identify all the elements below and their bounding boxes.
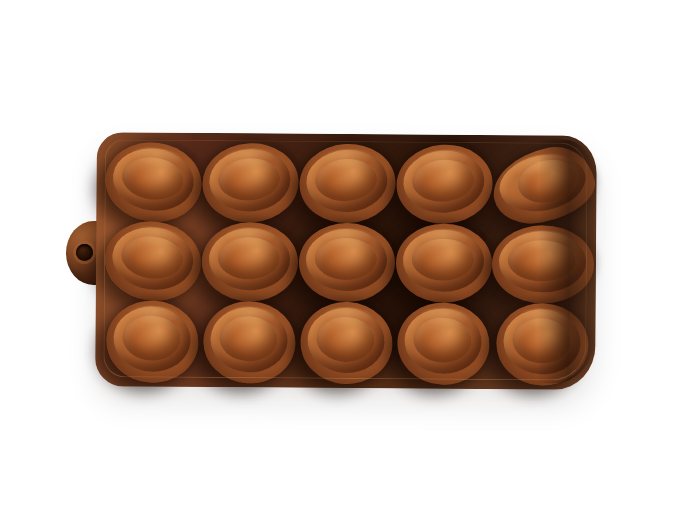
mold-cell bbox=[200, 301, 298, 384]
mold-cavity bbox=[201, 299, 298, 386]
mold-cell bbox=[491, 303, 594, 386]
mold-cavity bbox=[492, 225, 595, 304]
mold-cavity bbox=[395, 300, 492, 387]
mold-cavity bbox=[298, 223, 395, 303]
cavity-dome bbox=[411, 238, 473, 280]
mold-cavity bbox=[297, 141, 398, 226]
mold-cell bbox=[201, 143, 299, 223]
mold-cell bbox=[395, 223, 493, 303]
mold-cavity bbox=[395, 223, 492, 303]
mold-cell bbox=[104, 221, 202, 301]
product-photo bbox=[0, 0, 700, 525]
mold-cavity bbox=[394, 142, 495, 227]
cavity-dome bbox=[508, 240, 576, 281]
hanging-hole bbox=[76, 244, 93, 261]
mold-cavity bbox=[486, 139, 600, 230]
mold-cell bbox=[104, 142, 202, 222]
mold-cell bbox=[394, 302, 492, 385]
mold-cell bbox=[492, 145, 595, 225]
mold-cavity bbox=[100, 137, 205, 228]
mold-cavity bbox=[104, 298, 201, 385]
chocolate-mold bbox=[95, 132, 597, 389]
mold-cavity bbox=[200, 140, 301, 225]
mold-cell bbox=[298, 144, 396, 224]
mold-cell bbox=[201, 222, 299, 302]
mold-cell bbox=[298, 223, 396, 303]
mold-grid bbox=[103, 142, 595, 379]
mold-cell bbox=[103, 300, 201, 383]
mold-cavity bbox=[100, 216, 205, 307]
cavity-dome bbox=[314, 238, 376, 280]
cavity-dome bbox=[217, 237, 279, 279]
mold-cell bbox=[395, 144, 493, 224]
mold-cavity bbox=[201, 222, 298, 302]
mold-cell bbox=[297, 302, 395, 385]
mold-cavity bbox=[298, 299, 395, 386]
mold-cavity bbox=[494, 301, 591, 388]
mold-cell bbox=[492, 224, 595, 304]
